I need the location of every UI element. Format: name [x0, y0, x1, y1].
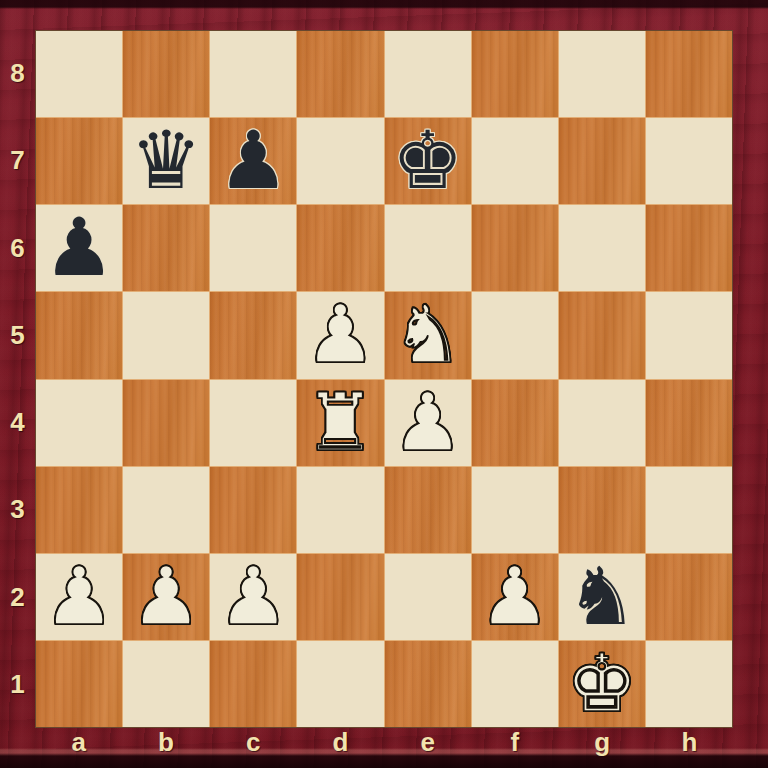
square-g1[interactable]: ♚ — [559, 641, 645, 727]
square-c4[interactable] — [210, 380, 296, 466]
square-e7[interactable]: ♚ — [385, 118, 471, 204]
square-f7[interactable] — [472, 118, 558, 204]
square-c6[interactable] — [210, 205, 296, 291]
square-b6[interactable] — [123, 205, 209, 291]
rank-label-4: 4 — [0, 379, 35, 466]
board-frame: 87654321 ♛♟♚♟♟♞♜♟♟♟♟♟♞♚ abcdefgh — [0, 0, 768, 768]
rank-label-5: 5 — [0, 292, 35, 379]
rank-label-3: 3 — [0, 466, 35, 553]
file-label-f: f — [471, 727, 558, 757]
square-b5[interactable] — [123, 292, 209, 378]
piece-white-pawn[interactable]: ♟ — [392, 380, 464, 466]
square-f3[interactable] — [472, 467, 558, 553]
square-f6[interactable] — [472, 205, 558, 291]
piece-white-pawn[interactable]: ♟ — [43, 554, 115, 640]
square-d3[interactable] — [297, 467, 383, 553]
square-f4[interactable] — [472, 380, 558, 466]
rank-label-7: 7 — [0, 117, 35, 204]
rank-label-2: 2 — [0, 554, 35, 641]
square-c1[interactable] — [210, 641, 296, 727]
square-a5[interactable] — [36, 292, 122, 378]
square-f2[interactable]: ♟ — [472, 554, 558, 640]
file-label-h: h — [646, 727, 733, 757]
file-label-e: e — [384, 727, 471, 757]
piece-white-pawn[interactable]: ♟ — [217, 554, 289, 640]
square-b7[interactable]: ♛ — [123, 118, 209, 204]
square-f5[interactable] — [472, 292, 558, 378]
square-b2[interactable]: ♟ — [123, 554, 209, 640]
square-e5[interactable]: ♞ — [385, 292, 471, 378]
square-h4[interactable] — [646, 380, 732, 466]
square-d5[interactable]: ♟ — [297, 292, 383, 378]
rank-label-8: 8 — [0, 30, 35, 117]
square-h1[interactable] — [646, 641, 732, 727]
square-g2[interactable]: ♞ — [559, 554, 645, 640]
piece-white-pawn[interactable]: ♟ — [305, 292, 377, 378]
square-a7[interactable] — [36, 118, 122, 204]
square-f8[interactable] — [472, 31, 558, 117]
square-d4[interactable]: ♜ — [297, 380, 383, 466]
square-a8[interactable] — [36, 31, 122, 117]
square-h6[interactable] — [646, 205, 732, 291]
file-label-c: c — [210, 727, 297, 757]
square-a6[interactable]: ♟ — [36, 205, 122, 291]
square-d2[interactable] — [297, 554, 383, 640]
square-b8[interactable] — [123, 31, 209, 117]
square-d8[interactable] — [297, 31, 383, 117]
square-d1[interactable] — [297, 641, 383, 727]
file-label-b: b — [122, 727, 209, 757]
square-c8[interactable] — [210, 31, 296, 117]
piece-black-queen[interactable]: ♛ — [130, 118, 202, 204]
piece-black-king[interactable]: ♚ — [392, 118, 464, 204]
square-g7[interactable] — [559, 118, 645, 204]
square-h3[interactable] — [646, 467, 732, 553]
square-e1[interactable] — [385, 641, 471, 727]
rank-labels: 87654321 — [0, 30, 35, 728]
piece-black-knight[interactable]: ♞ — [566, 554, 638, 640]
square-h8[interactable] — [646, 31, 732, 117]
square-c2[interactable]: ♟ — [210, 554, 296, 640]
file-label-a: a — [35, 727, 122, 757]
rank-label-1: 1 — [0, 641, 35, 728]
square-g6[interactable] — [559, 205, 645, 291]
piece-white-pawn[interactable]: ♟ — [479, 554, 551, 640]
square-e6[interactable] — [385, 205, 471, 291]
square-a1[interactable] — [36, 641, 122, 727]
piece-black-pawn[interactable]: ♟ — [43, 205, 115, 291]
square-e3[interactable] — [385, 467, 471, 553]
square-e8[interactable] — [385, 31, 471, 117]
square-d6[interactable] — [297, 205, 383, 291]
square-g5[interactable] — [559, 292, 645, 378]
chess-board: ♛♟♚♟♟♞♜♟♟♟♟♟♞♚ — [35, 30, 733, 728]
square-b1[interactable] — [123, 641, 209, 727]
square-e2[interactable] — [385, 554, 471, 640]
piece-black-pawn[interactable]: ♟ — [217, 118, 289, 204]
square-a2[interactable]: ♟ — [36, 554, 122, 640]
piece-white-rook[interactable]: ♜ — [305, 380, 377, 466]
file-labels: abcdefgh — [35, 727, 733, 757]
square-h2[interactable] — [646, 554, 732, 640]
piece-white-pawn[interactable]: ♟ — [130, 554, 202, 640]
square-g8[interactable] — [559, 31, 645, 117]
square-a3[interactable] — [36, 467, 122, 553]
square-h5[interactable] — [646, 292, 732, 378]
file-label-d: d — [297, 727, 384, 757]
square-f1[interactable] — [472, 641, 558, 727]
square-h7[interactable] — [646, 118, 732, 204]
file-label-g: g — [559, 727, 646, 757]
square-e4[interactable]: ♟ — [385, 380, 471, 466]
square-c7[interactable]: ♟ — [210, 118, 296, 204]
square-b4[interactable] — [123, 380, 209, 466]
rank-label-6: 6 — [0, 205, 35, 292]
piece-white-king[interactable]: ♚ — [566, 641, 638, 727]
square-c3[interactable] — [210, 467, 296, 553]
square-d7[interactable] — [297, 118, 383, 204]
square-c5[interactable] — [210, 292, 296, 378]
square-g4[interactable] — [559, 380, 645, 466]
square-g3[interactable] — [559, 467, 645, 553]
square-a4[interactable] — [36, 380, 122, 466]
square-b3[interactable] — [123, 467, 209, 553]
piece-white-knight[interactable]: ♞ — [392, 292, 464, 378]
